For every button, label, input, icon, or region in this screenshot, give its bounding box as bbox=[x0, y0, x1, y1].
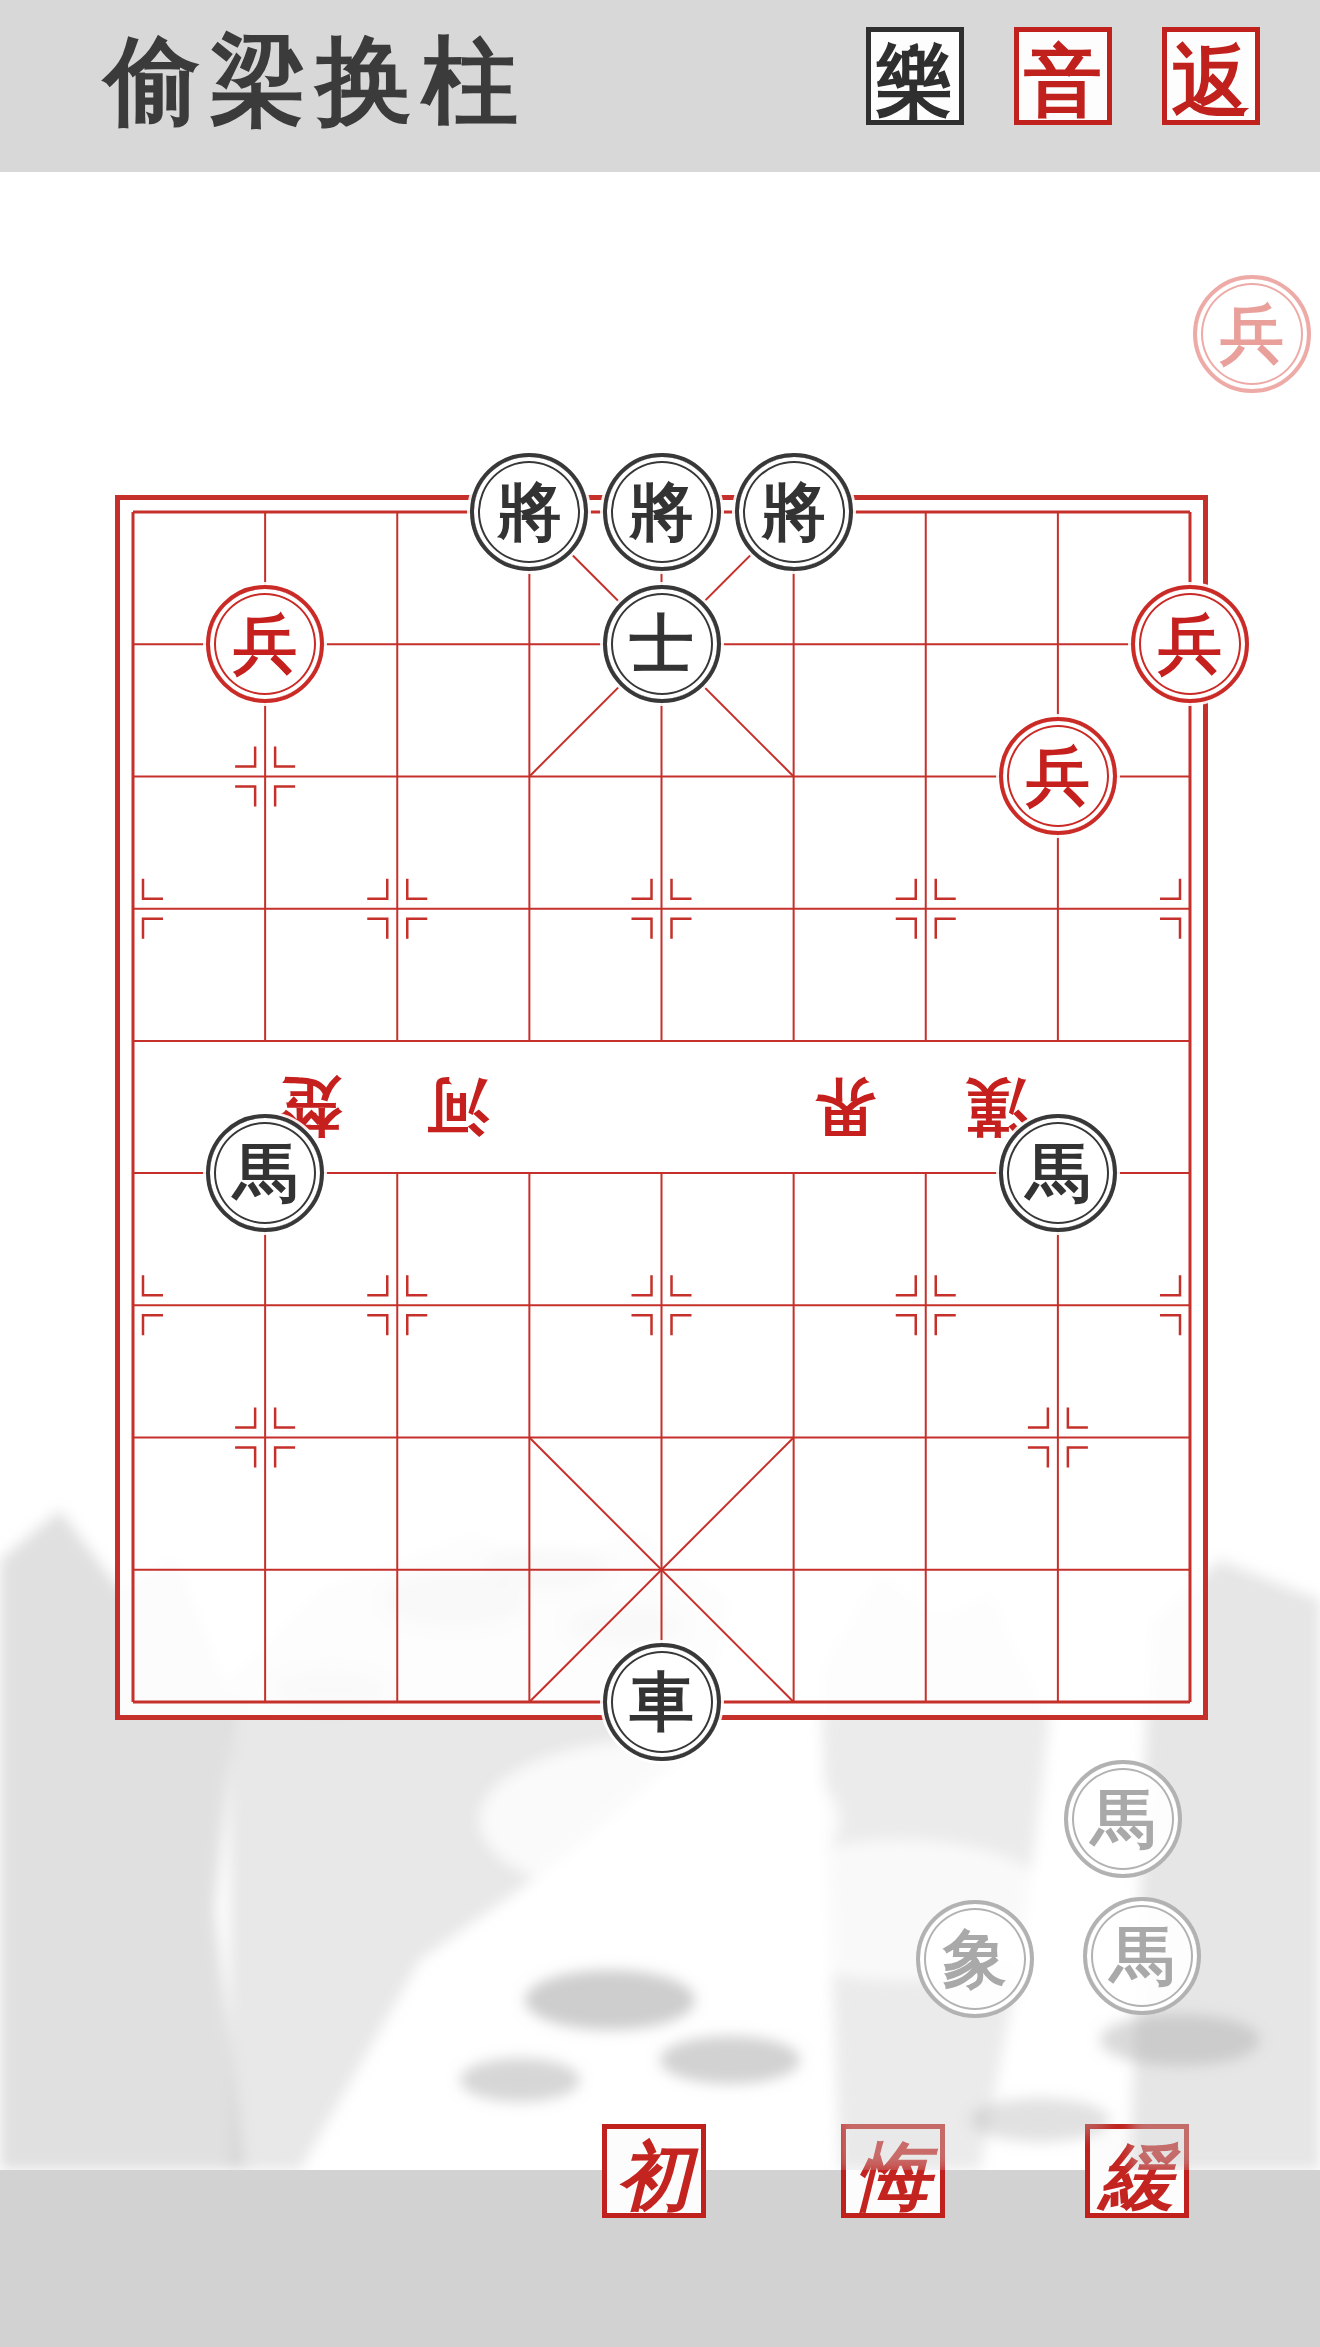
board-piece-black-advisor[interactable]: 士 bbox=[603, 585, 721, 703]
board-piece-black-general[interactable]: 將 bbox=[470, 453, 588, 571]
board-piece-black-chariot[interactable]: 車 bbox=[603, 1643, 721, 1761]
tray-piece-black-horse[interactable]: 馬 bbox=[1064, 1760, 1182, 1878]
board-piece-black-general[interactable]: 將 bbox=[735, 453, 853, 571]
board-piece-black-general[interactable]: 將 bbox=[603, 453, 721, 571]
board-piece-red-soldier[interactable]: 兵 bbox=[999, 717, 1117, 835]
river-label-2: 界 bbox=[810, 1071, 880, 1143]
board-piece-black-horse[interactable]: 馬 bbox=[206, 1114, 324, 1232]
board-piece-black-horse[interactable]: 馬 bbox=[999, 1114, 1117, 1232]
tray-piece-red-soldier[interactable]: 兵 bbox=[1193, 275, 1311, 393]
river-label-1: 河 bbox=[423, 1071, 493, 1143]
board-piece-red-soldier[interactable]: 兵 bbox=[206, 585, 324, 703]
board-piece-red-soldier[interactable]: 兵 bbox=[1131, 585, 1249, 703]
app-screen: 偷梁换柱 樂 音 返 楚河界漢 將將將士兵兵兵馬馬車兵馬象馬 初 悔 緩 bbox=[0, 0, 1320, 2347]
tray-piece-black-horse[interactable]: 馬 bbox=[1083, 1897, 1201, 2015]
tray-piece-black-elephant[interactable]: 象 bbox=[916, 1900, 1034, 2018]
